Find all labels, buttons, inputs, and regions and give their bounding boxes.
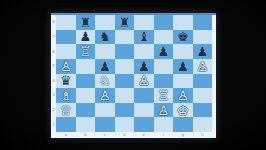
square-b4[interactable] — [76, 74, 96, 89]
file-label-b: b — [76, 132, 96, 138]
square-h2[interactable] — [193, 103, 213, 118]
square-f7[interactable] — [154, 30, 174, 45]
piece-white-pawn-h5[interactable]: ♙ — [196, 60, 208, 73]
piece-white-rook-f3[interactable]: ♖ — [157, 89, 169, 102]
square-b7[interactable]: ♟ — [76, 30, 96, 45]
square-a3[interactable]: ♗ — [56, 88, 76, 103]
square-a5[interactable]: ♙ — [56, 59, 76, 74]
square-f8[interactable] — [154, 15, 174, 30]
piece-white-pawn-e4[interactable]: ♙ — [138, 74, 150, 87]
square-h5[interactable]: ♙ — [193, 59, 213, 74]
square-a2[interactable]: ♕ — [56, 103, 76, 118]
square-e5[interactable]: ♟ — [134, 59, 154, 74]
piece-black-pawn-h6[interactable]: ♟ — [196, 45, 208, 58]
piece-white-knight-c4[interactable]: ♘ — [99, 74, 111, 87]
piece-black-rook-d8[interactable]: ♜ — [118, 16, 130, 29]
square-g7[interactable]: ♚ — [173, 30, 193, 45]
piece-white-pawn-g3[interactable]: ♙ — [177, 89, 189, 102]
piece-white-pawn-f2[interactable]: ♙ — [157, 104, 169, 117]
square-f5[interactable] — [154, 59, 174, 74]
file-label-h: h — [193, 132, 213, 138]
square-b3[interactable] — [76, 88, 96, 103]
square-g1[interactable] — [173, 117, 193, 132]
square-a6[interactable] — [56, 44, 76, 59]
square-e1[interactable] — [134, 117, 154, 132]
square-g6[interactable] — [173, 44, 193, 59]
square-a1[interactable] — [56, 117, 76, 132]
square-g4[interactable] — [173, 74, 193, 89]
square-c8[interactable] — [95, 15, 115, 30]
square-a8[interactable] — [56, 15, 76, 30]
square-b1[interactable] — [76, 117, 96, 132]
square-f4[interactable] — [154, 74, 174, 89]
square-a4[interactable]: ♛ — [56, 74, 76, 89]
piece-white-rook-b6[interactable]: ♖ — [79, 45, 91, 58]
square-h4[interactable] — [193, 74, 213, 89]
square-f3[interactable]: ♖ — [154, 88, 174, 103]
chess-board[interactable]: ♜♜♟♞♝♚♖♟♟♙♟♟♟♙♛♘♙♗♙♖♙♕♙♔ — [56, 15, 212, 132]
square-a7[interactable] — [56, 30, 76, 45]
square-c5[interactable]: ♟ — [95, 59, 115, 74]
square-g5[interactable]: ♟ — [173, 59, 193, 74]
square-e7[interactable]: ♝ — [134, 30, 154, 45]
piece-black-pawn-c5[interactable]: ♟ — [99, 60, 111, 73]
file-label-g: g — [173, 132, 193, 138]
square-h7[interactable] — [193, 30, 213, 45]
square-g8[interactable] — [173, 15, 193, 30]
file-label-a: a — [56, 132, 76, 138]
square-c1[interactable] — [95, 117, 115, 132]
piece-black-bishop-e7[interactable]: ♝ — [138, 30, 150, 43]
square-c3[interactable]: ♙ — [95, 88, 115, 103]
square-e4[interactable]: ♙ — [134, 74, 154, 89]
file-label-f: f — [154, 132, 174, 138]
square-c2[interactable] — [95, 103, 115, 118]
square-c6[interactable] — [95, 44, 115, 59]
piece-black-knight-c7[interactable]: ♞ — [99, 30, 111, 43]
square-d1[interactable] — [115, 117, 135, 132]
piece-white-pawn-c3[interactable]: ♙ — [99, 89, 111, 102]
piece-white-bishop-a3[interactable]: ♗ — [60, 89, 72, 102]
square-e2[interactable] — [134, 103, 154, 118]
square-d3[interactable] — [115, 88, 135, 103]
file-label-c: c — [95, 132, 115, 138]
square-h6[interactable]: ♟ — [193, 44, 213, 59]
square-h3[interactable] — [193, 88, 213, 103]
file-label-e: e — [134, 132, 154, 138]
square-d4[interactable] — [115, 74, 135, 89]
square-g3[interactable]: ♙ — [173, 88, 193, 103]
square-e6[interactable] — [134, 44, 154, 59]
square-c4[interactable]: ♘ — [95, 74, 115, 89]
square-d7[interactable] — [115, 30, 135, 45]
chess-program-window: 87654321 ♜♜♟♞♝♚♖♟♟♙♟♟♟♙♛♘♙♗♙♖♙♕♙♔ abcdef… — [51, 13, 216, 138]
square-d6[interactable] — [115, 44, 135, 59]
square-b6[interactable]: ♖ — [76, 44, 96, 59]
piece-white-king-g2[interactable]: ♔ — [177, 104, 189, 117]
piece-black-pawn-g5[interactable]: ♟ — [177, 60, 189, 73]
piece-black-rook-b8[interactable]: ♜ — [79, 16, 91, 29]
square-g2[interactable]: ♔ — [173, 103, 193, 118]
piece-black-king-g7[interactable]: ♚ — [177, 30, 189, 43]
square-e3[interactable] — [134, 88, 154, 103]
square-e8[interactable] — [134, 15, 154, 30]
file-label-d: d — [115, 132, 135, 138]
square-b8[interactable]: ♜ — [76, 15, 96, 30]
square-b2[interactable] — [76, 103, 96, 118]
square-f2[interactable]: ♙ — [154, 103, 174, 118]
piece-white-pawn-a5[interactable]: ♙ — [60, 60, 72, 73]
piece-black-pawn-b7[interactable]: ♟ — [79, 30, 91, 43]
video-background: 87654321 ♜♜♟♞♝♚♖♟♟♙♟♟♟♙♛♘♙♗♙♖♙♕♙♔ abcdef… — [0, 0, 266, 150]
square-c7[interactable]: ♞ — [95, 30, 115, 45]
square-d8[interactable]: ♜ — [115, 15, 135, 30]
square-d2[interactable] — [115, 103, 135, 118]
square-h1[interactable] — [193, 117, 213, 132]
piece-white-queen-a2[interactable]: ♕ — [60, 104, 72, 117]
square-b5[interactable] — [76, 59, 96, 74]
square-f6[interactable]: ♟ — [154, 44, 174, 59]
piece-black-pawn-f6[interactable]: ♟ — [157, 45, 169, 58]
piece-black-pawn-e5[interactable]: ♟ — [138, 60, 150, 73]
piece-black-queen-a4[interactable]: ♛ — [60, 74, 72, 87]
file-coordinates: abcdefgh — [56, 132, 212, 138]
square-f1[interactable] — [154, 117, 174, 132]
square-d5[interactable] — [115, 59, 135, 74]
square-h8[interactable] — [193, 15, 213, 30]
